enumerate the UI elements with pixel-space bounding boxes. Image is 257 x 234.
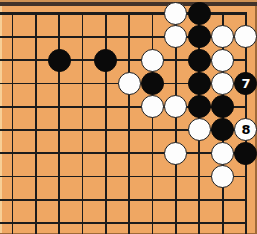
stone-white[interactable] bbox=[164, 142, 187, 165]
stone-black[interactable] bbox=[188, 25, 211, 48]
stone-black[interactable] bbox=[188, 72, 211, 95]
stone-white[interactable] bbox=[211, 49, 234, 72]
stone-white[interactable] bbox=[211, 72, 234, 95]
stone-white[interactable] bbox=[188, 118, 211, 141]
stone-black[interactable] bbox=[188, 95, 211, 118]
stone-white[interactable] bbox=[211, 25, 234, 48]
stone-white[interactable] bbox=[141, 95, 164, 118]
stone-black[interactable] bbox=[48, 49, 71, 72]
stone-white-8[interactable]: 8 bbox=[234, 118, 257, 141]
stone-black[interactable] bbox=[234, 142, 257, 165]
stone-black-7[interactable]: 7 bbox=[234, 72, 257, 95]
stone-white[interactable] bbox=[164, 2, 187, 25]
stone-black[interactable] bbox=[211, 95, 234, 118]
stone-black[interactable] bbox=[94, 49, 117, 72]
stone-white[interactable] bbox=[164, 25, 187, 48]
stone-black[interactable] bbox=[188, 49, 211, 72]
stone-black[interactable] bbox=[141, 72, 164, 95]
stone-white[interactable] bbox=[211, 165, 234, 188]
stone-white[interactable] bbox=[234, 25, 257, 48]
go-board-diagram: 78 bbox=[0, 0, 257, 234]
stone-white[interactable] bbox=[164, 95, 187, 118]
stone-white[interactable] bbox=[211, 142, 234, 165]
stone-white[interactable] bbox=[141, 49, 164, 72]
stone-black[interactable] bbox=[211, 118, 234, 141]
stones-layer: 78 bbox=[1, 2, 257, 234]
move-number-label: 7 bbox=[241, 77, 250, 90]
move-number-label: 8 bbox=[241, 123, 250, 136]
stone-black[interactable] bbox=[188, 2, 211, 25]
stone-white[interactable] bbox=[118, 72, 141, 95]
